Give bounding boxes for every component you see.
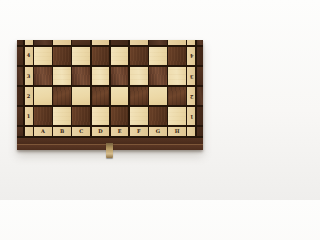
file-label-g: G <box>149 127 167 136</box>
square-d2 <box>92 87 110 105</box>
frame-right <box>197 107 203 125</box>
file-label-a: A <box>34 127 52 136</box>
rank-label-right-4-text: 4 <box>190 53 193 58</box>
square-d4 <box>92 47 110 65</box>
top-edge-segment <box>187 40 195 45</box>
square-f2 <box>130 87 148 105</box>
file-label-h: H <box>168 127 186 136</box>
square-g2 <box>149 87 167 105</box>
frame-left <box>17 67 23 85</box>
rank-label-left-3: 3 <box>25 67 33 85</box>
top-edge-segment <box>149 40 167 45</box>
square-a1 <box>34 107 52 125</box>
frame-left <box>17 87 23 105</box>
file-label-d: D <box>92 127 110 136</box>
rank-label-left-1: 1 <box>25 107 33 125</box>
file-label-e-text: E <box>118 129 122 134</box>
square-b3 <box>53 67 71 85</box>
square-h3 <box>168 67 186 85</box>
corner-cell-right <box>187 127 195 136</box>
square-g4 <box>149 47 167 65</box>
square-b1 <box>53 107 71 125</box>
frame-left <box>17 107 23 125</box>
top-edge-segment <box>53 40 71 45</box>
rank-label-left-4: 4 <box>25 47 33 65</box>
top-edge-segment <box>130 40 148 45</box>
rank-label-left-3-text: 3 <box>27 74 30 79</box>
rank-label-right-2-text: 2 <box>190 94 193 99</box>
frame-right <box>197 127 203 136</box>
frame-left <box>17 127 23 136</box>
top-edge-segment <box>197 40 203 45</box>
square-a2 <box>34 87 52 105</box>
file-label-d-text: D <box>98 129 102 134</box>
square-h2 <box>168 87 186 105</box>
rank-label-right-3-text: 3 <box>190 74 193 79</box>
file-label-b-text: B <box>60 129 64 134</box>
square-a4 <box>34 47 52 65</box>
square-a3 <box>34 67 52 85</box>
top-edge-segment <box>34 40 52 45</box>
square-c4 <box>72 47 90 65</box>
rank-label-right-4: 4 <box>187 47 195 65</box>
square-e4 <box>111 47 129 65</box>
square-e2 <box>111 87 129 105</box>
square-f4 <box>130 47 148 65</box>
rank-label-right-1-text: 1 <box>190 114 193 119</box>
top-edge-segment <box>72 40 90 45</box>
top-edge-segment <box>92 40 110 45</box>
square-e3 <box>111 67 129 85</box>
top-edge-segment <box>168 40 186 45</box>
square-h1 <box>168 107 186 125</box>
rank-label-right-3: 3 <box>187 67 195 85</box>
square-c2 <box>72 87 90 105</box>
square-d1 <box>92 107 110 125</box>
square-f3 <box>130 67 148 85</box>
file-label-c-text: C <box>79 129 83 134</box>
file-label-e: E <box>111 127 129 136</box>
file-label-f: F <box>130 127 148 136</box>
square-c1 <box>72 107 90 125</box>
rank-label-left-2: 2 <box>25 87 33 105</box>
square-g1 <box>149 107 167 125</box>
rank-label-right-1: 1 <box>187 107 195 125</box>
chess-box: 44332211ABCDEFGH <box>17 40 203 150</box>
frame-right <box>197 47 203 65</box>
square-b4 <box>53 47 71 65</box>
file-label-a-text: A <box>41 129 45 134</box>
file-label-h-text: H <box>175 129 180 134</box>
square-g3 <box>149 67 167 85</box>
square-e1 <box>111 107 129 125</box>
file-label-c: C <box>72 127 90 136</box>
file-label-g-text: G <box>156 129 160 134</box>
square-d3 <box>92 67 110 85</box>
brass-clasp <box>106 143 113 158</box>
file-label-f-text: F <box>137 129 141 134</box>
top-edge-segment <box>111 40 129 45</box>
frame-left <box>17 47 23 65</box>
file-label-b: B <box>53 127 71 136</box>
square-h4 <box>168 47 186 65</box>
square-f1 <box>130 107 148 125</box>
square-c3 <box>72 67 90 85</box>
top-edge-segment <box>17 40 23 45</box>
square-b2 <box>53 87 71 105</box>
frame-right <box>197 87 203 105</box>
corner-cell-left <box>25 127 33 136</box>
top-edge-segment <box>25 40 33 45</box>
rank-label-left-4-text: 4 <box>27 53 30 58</box>
rank-label-left-1-text: 1 <box>27 114 30 119</box>
frame-right <box>197 67 203 85</box>
rank-label-right-2: 2 <box>187 87 195 105</box>
rank-label-left-2-text: 2 <box>27 94 30 99</box>
